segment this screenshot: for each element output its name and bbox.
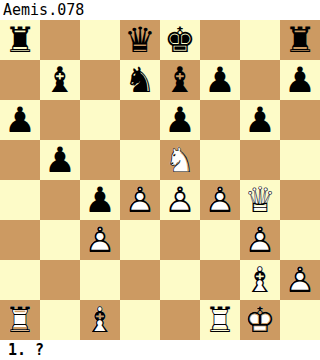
square-d1[interactable] [120, 300, 160, 340]
black-pawn-piece: ♟ [200, 60, 240, 100]
black-pawn-piece: ♟ [0, 100, 40, 140]
square-g2[interactable]: ♝♗ [240, 260, 280, 300]
white-queen-piece: ♛♕ [240, 180, 280, 220]
square-b5[interactable]: ♟ [40, 140, 80, 180]
white-bishop-piece: ♝♗ [240, 260, 280, 300]
square-f2[interactable] [200, 260, 240, 300]
square-b8[interactable] [40, 20, 80, 60]
square-h3[interactable] [280, 220, 320, 260]
square-c1[interactable]: ♝♗ [80, 300, 120, 340]
square-a4[interactable] [0, 180, 40, 220]
black-pawn-piece: ♟ [80, 180, 120, 220]
square-b1[interactable] [40, 300, 80, 340]
square-b6[interactable] [40, 100, 80, 140]
white-pawn-piece: ♟♙ [160, 180, 200, 220]
black-pawn-piece: ♟ [160, 100, 200, 140]
square-e3[interactable] [160, 220, 200, 260]
puzzle-title: Aemis.078 [3, 1, 84, 19]
square-f5[interactable] [200, 140, 240, 180]
white-pawn-piece: ♟♙ [280, 260, 320, 300]
square-d5[interactable] [120, 140, 160, 180]
black-bishop-piece: ♝ [160, 60, 200, 100]
square-g5[interactable] [240, 140, 280, 180]
square-f1[interactable]: ♜♖ [200, 300, 240, 340]
square-c8[interactable] [80, 20, 120, 60]
square-a8[interactable]: ♜ [0, 20, 40, 60]
black-queen-piece: ♛ [120, 20, 160, 60]
status-bar: 1. ? [0, 340, 320, 360]
square-e1[interactable] [160, 300, 200, 340]
square-e5[interactable]: ♞♘ [160, 140, 200, 180]
white-pawn-piece: ♟♙ [200, 180, 240, 220]
black-pawn-piece: ♟ [40, 140, 80, 180]
square-d2[interactable] [120, 260, 160, 300]
square-e4[interactable]: ♟♙ [160, 180, 200, 220]
square-d8[interactable]: ♛ [120, 20, 160, 60]
square-a3[interactable] [0, 220, 40, 260]
black-knight-piece: ♞ [120, 60, 160, 100]
square-h8[interactable]: ♜ [280, 20, 320, 60]
chess-diagram-window: Aemis.078 ♜♛♚♜♝♞♝♟♟♟♟♟♟♞♘♟♟♙♟♙♟♙♛♕♟♙♟♙♝♗… [0, 0, 320, 360]
square-f4[interactable]: ♟♙ [200, 180, 240, 220]
white-rook-piece: ♜♖ [0, 300, 40, 340]
white-knight-piece: ♞♘ [160, 140, 200, 180]
square-h1[interactable] [280, 300, 320, 340]
move-prompt: 1. ? [8, 341, 44, 359]
square-c3[interactable]: ♟♙ [80, 220, 120, 260]
black-pawn-piece: ♟ [280, 60, 320, 100]
square-h4[interactable] [280, 180, 320, 220]
square-f3[interactable] [200, 220, 240, 260]
square-d4[interactable]: ♟♙ [120, 180, 160, 220]
square-g3[interactable]: ♟♙ [240, 220, 280, 260]
square-f6[interactable] [200, 100, 240, 140]
black-bishop-piece: ♝ [40, 60, 80, 100]
square-e7[interactable]: ♝ [160, 60, 200, 100]
white-pawn-piece: ♟♙ [240, 220, 280, 260]
square-b4[interactable] [40, 180, 80, 220]
square-e2[interactable] [160, 260, 200, 300]
square-a2[interactable] [0, 260, 40, 300]
square-h5[interactable] [280, 140, 320, 180]
black-pawn-piece: ♟ [240, 100, 280, 140]
square-g8[interactable] [240, 20, 280, 60]
white-rook-piece: ♜♖ [200, 300, 240, 340]
black-rook-piece: ♜ [280, 20, 320, 60]
square-c2[interactable] [80, 260, 120, 300]
square-b2[interactable] [40, 260, 80, 300]
square-h6[interactable] [280, 100, 320, 140]
black-king-piece: ♚ [160, 20, 200, 60]
black-rook-piece: ♜ [0, 20, 40, 60]
square-c5[interactable] [80, 140, 120, 180]
square-d3[interactable] [120, 220, 160, 260]
square-a7[interactable] [0, 60, 40, 100]
square-g4[interactable]: ♛♕ [240, 180, 280, 220]
square-a5[interactable] [0, 140, 40, 180]
square-c7[interactable] [80, 60, 120, 100]
square-h7[interactable]: ♟ [280, 60, 320, 100]
square-c4[interactable]: ♟ [80, 180, 120, 220]
chess-board: ♜♛♚♜♝♞♝♟♟♟♟♟♟♞♘♟♟♙♟♙♟♙♛♕♟♙♟♙♝♗♟♙♜♖♝♗♜♖♚♔ [0, 20, 320, 340]
square-h2[interactable]: ♟♙ [280, 260, 320, 300]
square-g1[interactable]: ♚♔ [240, 300, 280, 340]
square-g7[interactable] [240, 60, 280, 100]
white-pawn-piece: ♟♙ [120, 180, 160, 220]
white-bishop-piece: ♝♗ [80, 300, 120, 340]
square-c6[interactable] [80, 100, 120, 140]
square-f8[interactable] [200, 20, 240, 60]
square-e8[interactable]: ♚ [160, 20, 200, 60]
square-f7[interactable]: ♟ [200, 60, 240, 100]
square-e6[interactable]: ♟ [160, 100, 200, 140]
square-a6[interactable]: ♟ [0, 100, 40, 140]
square-d6[interactable] [120, 100, 160, 140]
white-king-piece: ♚♔ [240, 300, 280, 340]
square-d7[interactable]: ♞ [120, 60, 160, 100]
square-b3[interactable] [40, 220, 80, 260]
title-bar: Aemis.078 [0, 0, 320, 20]
square-b7[interactable]: ♝ [40, 60, 80, 100]
square-a1[interactable]: ♜♖ [0, 300, 40, 340]
square-g6[interactable]: ♟ [240, 100, 280, 140]
white-pawn-piece: ♟♙ [80, 220, 120, 260]
